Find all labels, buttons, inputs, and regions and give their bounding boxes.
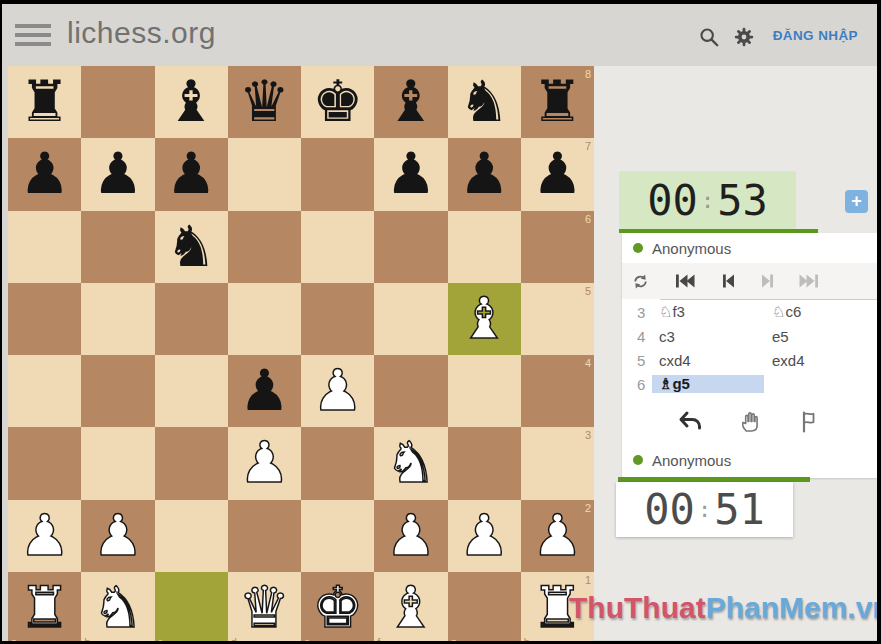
white-knight: ♞	[81, 572, 154, 644]
square-e3[interactable]	[301, 427, 374, 499]
rank-label-6: 6	[585, 213, 591, 225]
square-g1[interactable]: g	[448, 572, 521, 644]
window-frame-top	[0, 0, 881, 4]
hamburger-menu-icon[interactable]	[15, 24, 51, 46]
black-move[interactable]: exd4	[764, 352, 805, 369]
square-b4[interactable]	[81, 355, 154, 427]
white-bishop: ♝	[448, 283, 521, 355]
square-a7[interactable]: ♟	[8, 138, 81, 210]
square-a5[interactable]	[8, 283, 81, 355]
square-g8[interactable]: ♞	[448, 66, 521, 138]
square-b3[interactable]	[81, 427, 154, 499]
move-row-5: 5cxd4exd4	[622, 348, 877, 372]
black-bishop: ♝	[374, 66, 447, 138]
player-name: Anonymous	[652, 452, 731, 469]
square-b7[interactable]: ♟	[81, 138, 154, 210]
black-move[interactable]: ♘c6	[764, 303, 801, 321]
watermark: ThuThuatPhanMem.vn	[569, 591, 881, 625]
square-c8[interactable]: ♝	[155, 66, 228, 138]
window-frame-left	[0, 0, 2, 644]
rank-label-1: 1	[585, 574, 591, 586]
player-clock: 00 : 51	[616, 482, 793, 537]
white-king: ♚	[301, 572, 374, 644]
square-c7[interactable]: ♟	[155, 138, 228, 210]
clock-minutes: 00	[647, 176, 698, 225]
square-g7[interactable]: ♟	[448, 138, 521, 210]
square-f3[interactable]: ♞	[374, 427, 447, 499]
square-d7[interactable]	[228, 138, 301, 210]
move-row-4: 4c3e5	[622, 324, 877, 348]
player-row: Anonymous	[622, 446, 877, 474]
move-row-6: 6♗g5	[622, 372, 877, 396]
white-queen: ♛	[228, 572, 301, 644]
white-pawn: ♟	[8, 500, 81, 572]
top-bar: lichess.org ĐĂNG NHẬP	[2, 4, 877, 66]
black-knight: ♞	[155, 211, 228, 283]
black-bishop: ♝	[155, 66, 228, 138]
white-move[interactable]: c3	[652, 328, 764, 345]
square-b2[interactable]: ♟	[81, 500, 154, 572]
square-h5[interactable]: 5	[521, 283, 594, 355]
square-g6[interactable]	[448, 211, 521, 283]
white-pawn: ♟	[374, 500, 447, 572]
square-a8[interactable]: ♜	[8, 66, 81, 138]
square-d8[interactable]: ♛	[228, 66, 301, 138]
black-pawn: ♟	[521, 138, 594, 210]
square-f1[interactable]: ♝f	[374, 572, 447, 644]
white-rook: ♜	[8, 572, 81, 644]
square-a1[interactable]: ♜a	[8, 572, 81, 644]
square-e5[interactable]	[301, 283, 374, 355]
square-d1[interactable]: ♛d	[228, 572, 301, 644]
black-pawn: ♟	[228, 355, 301, 427]
settings-gear-icon[interactable]	[733, 26, 755, 48]
square-b1[interactable]: ♞b	[81, 572, 154, 644]
black-rook: ♜	[521, 66, 594, 138]
square-c2[interactable]	[155, 500, 228, 572]
white-pawn: ♟	[521, 500, 594, 572]
square-d3[interactable]: ♟	[228, 427, 301, 499]
square-h2[interactable]: ♟2	[521, 500, 594, 572]
square-d4[interactable]: ♟	[228, 355, 301, 427]
black-pawn: ♟	[155, 138, 228, 210]
white-pawn: ♟	[228, 427, 301, 499]
previous-move-icon[interactable]	[721, 274, 735, 288]
square-d6[interactable]	[228, 211, 301, 283]
square-f5[interactable]	[374, 283, 447, 355]
opponent-name: Anonymous	[652, 240, 731, 257]
square-g4[interactable]	[448, 355, 521, 427]
black-pawn: ♟	[8, 138, 81, 210]
square-d5[interactable]	[228, 283, 301, 355]
watermark-part2: PhanMem.vn	[706, 591, 881, 624]
square-c5[interactable]	[155, 283, 228, 355]
move-number: 3	[622, 304, 652, 321]
black-rook: ♜	[8, 66, 81, 138]
square-b6[interactable]	[81, 211, 154, 283]
square-f8[interactable]: ♝	[374, 66, 447, 138]
rank-label-7: 7	[585, 140, 591, 152]
clock-colon: :	[698, 497, 711, 522]
black-move[interactable]: e5	[764, 328, 789, 345]
clock-minutes: 00	[644, 485, 695, 534]
site-title[interactable]: lichess.org	[67, 16, 216, 50]
square-b5[interactable]	[81, 283, 154, 355]
square-e6[interactable]	[301, 211, 374, 283]
square-e4[interactable]: ♟	[301, 355, 374, 427]
clock-seconds: 53	[717, 176, 768, 225]
square-h4[interactable]: 4	[521, 355, 594, 427]
move-number: 5	[622, 352, 652, 369]
rank-label-4: 4	[585, 357, 591, 369]
square-a2[interactable]: ♟	[8, 500, 81, 572]
square-a3[interactable]	[8, 427, 81, 499]
square-g2[interactable]: ♟	[448, 500, 521, 572]
next-move-icon[interactable]	[761, 274, 775, 288]
rank-label-2: 2	[585, 502, 591, 514]
white-knight: ♞	[374, 427, 447, 499]
login-button[interactable]: ĐĂNG NHẬP	[773, 28, 858, 43]
black-pawn: ♟	[374, 138, 447, 210]
watermark-part1: ThuThuat	[569, 591, 706, 624]
square-e2[interactable]	[301, 500, 374, 572]
square-g3[interactable]	[448, 427, 521, 499]
move-row-3: 3♘f3♘c6	[622, 300, 877, 324]
move-nav-bar	[622, 263, 877, 299]
opponent-clock: 00 : 53	[619, 171, 796, 229]
white-move[interactable]: cxd4	[652, 352, 764, 369]
clock-seconds: 51	[714, 485, 765, 534]
square-c4[interactable]	[155, 355, 228, 427]
white-bishop: ♝	[374, 572, 447, 644]
square-h3[interactable]: 3	[521, 427, 594, 499]
square-h7[interactable]: ♟7	[521, 138, 594, 210]
square-a6[interactable]	[8, 211, 81, 283]
chess-board: ♜♝♛♚♝♞♜8♟♟♟♟♟♟7♞6♝5♟♟4♟♞3♟♟♟♟♟2♜a♞bc♛d♚e…	[8, 66, 594, 644]
white-move[interactable]: ♘f3	[652, 303, 764, 321]
move-list: 3♘f3♘c64c3e55cxd4exd46♗g5	[622, 300, 877, 396]
square-f7[interactable]: ♟	[374, 138, 447, 210]
takeback-icon[interactable]	[677, 410, 703, 434]
clock-colon: :	[701, 188, 714, 213]
rank-label-3: 3	[585, 429, 591, 441]
square-c3[interactable]	[155, 427, 228, 499]
square-c1[interactable]: c	[155, 572, 228, 644]
resign-flag-icon[interactable]	[799, 410, 823, 434]
square-d2[interactable]	[228, 500, 301, 572]
square-e7[interactable]	[301, 138, 374, 210]
black-pawn: ♟	[81, 138, 154, 210]
white-pawn: ♟	[81, 500, 154, 572]
online-status-dot	[633, 243, 643, 253]
white-move[interactable]: ♗g5	[652, 375, 764, 393]
square-a4[interactable]	[8, 355, 81, 427]
square-e8[interactable]: ♚	[301, 66, 374, 138]
search-icon[interactable]	[698, 26, 720, 48]
square-h8[interactable]: ♜8	[521, 66, 594, 138]
square-f6[interactable]	[374, 211, 447, 283]
rank-label-8: 8	[585, 68, 591, 80]
square-f2[interactable]: ♟	[374, 500, 447, 572]
offer-draw-hand-icon[interactable]	[739, 410, 763, 434]
black-knight: ♞	[448, 66, 521, 138]
first-move-icon[interactable]	[675, 274, 695, 288]
square-f4[interactable]	[374, 355, 447, 427]
add-time-button[interactable]: +	[845, 190, 868, 213]
square-b8[interactable]	[81, 66, 154, 138]
square-c6[interactable]: ♞	[155, 211, 228, 283]
black-pawn: ♟	[448, 138, 521, 210]
move-number: 6	[622, 376, 652, 393]
square-e1[interactable]: ♚e	[301, 572, 374, 644]
move-number: 4	[622, 328, 652, 345]
action-buttons	[622, 398, 877, 446]
black-king: ♚	[301, 66, 374, 138]
game-panel: Anonymous 3♘f3♘c64c3e55cxd4exd46♗g5	[622, 233, 877, 478]
black-queen: ♛	[228, 66, 301, 138]
square-h6[interactable]: 6	[521, 211, 594, 283]
opponent-player-row: Anonymous	[622, 233, 877, 263]
flip-replay-icon[interactable]	[632, 273, 649, 290]
white-pawn: ♟	[448, 500, 521, 572]
online-status-dot	[633, 455, 643, 465]
last-move-icon[interactable]	[799, 274, 819, 288]
window-frame-right	[877, 0, 881, 644]
rank-label-5: 5	[585, 285, 591, 297]
square-g5[interactable]: ♝	[448, 283, 521, 355]
white-pawn: ♟	[301, 355, 374, 427]
